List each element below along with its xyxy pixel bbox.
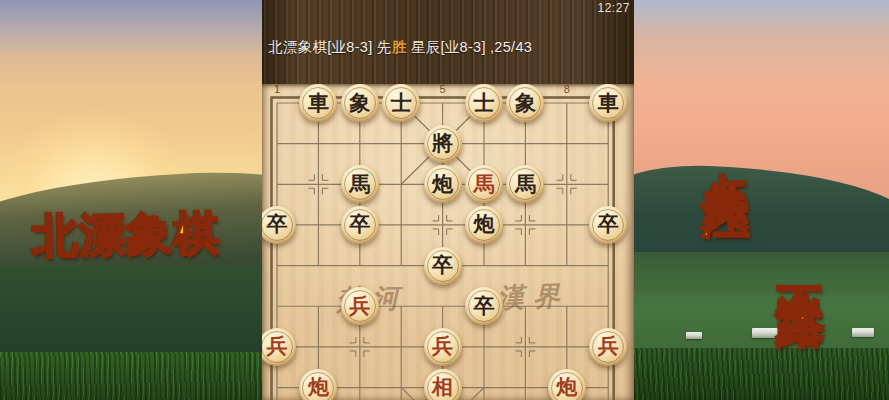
piece-glyph: 兵 [349,296,370,317]
piece-glyph: 士 [474,93,495,114]
match-win-highlight: 胜 [392,39,407,55]
system-clock: 12:27 [597,1,630,15]
piece-glyph: 炮 [432,174,453,195]
piece-red-相[interactable]: 相 [424,369,462,400]
piece-black-卒[interactable]: 卒 [341,206,379,244]
piece-black-卒[interactable]: 卒 [589,206,627,244]
right-banner-column-2: 不迷路 [776,247,825,268]
piece-red-炮[interactable]: 炮 [548,369,586,400]
piece-black-車[interactable]: 車 [299,84,337,122]
status-bar: 12:27 北漂象棋[业8-3] 先胜 星辰[业8-3] ,25/43 [262,0,634,84]
piece-black-將[interactable]: 將 [424,125,462,163]
xiangqi-board[interactable]: 123456789 楚河 漢界 車象士士象車將馬炮馬馬卒卒炮卒卒兵卒兵兵兵炮相炮 [262,84,634,400]
piece-glyph: 車 [598,93,619,114]
piece-black-車[interactable]: 車 [589,84,627,122]
piece-glyph: 炮 [308,377,329,398]
piece-red-兵[interactable]: 兵 [341,287,379,325]
piece-glyph: 象 [349,93,370,114]
piece-glyph: 兵 [598,336,619,357]
piece-black-炮[interactable]: 炮 [465,206,503,244]
background-right-meadow: 点关注 不迷路 [634,0,889,400]
piece-glyph: 象 [515,93,536,114]
file-label-1: 1 [274,84,280,95]
piece-black-象[interactable]: 象 [341,84,379,122]
left-banner-title: 北漂象棋 [32,210,253,260]
piece-red-兵[interactable]: 兵 [424,328,462,366]
piece-glyph: 兵 [267,336,288,357]
piece-black-卒[interactable]: 卒 [465,287,503,325]
piece-glyph: 將 [432,133,453,154]
piece-glyph: 卒 [474,296,495,317]
match-result-text: 北漂象棋[业8-3] 先胜 星辰[业8-3] ,25/43 [268,38,532,57]
piece-glyph: 馬 [349,174,370,195]
piece-glyph: 炮 [556,377,577,398]
piece-red-兵[interactable]: 兵 [589,328,627,366]
farm-building-icon [852,328,874,337]
piece-red-馬[interactable]: 馬 [465,165,503,203]
piece-glyph: 兵 [432,336,453,357]
match-right-player: 星辰[业8-3] ,25/43 [406,39,532,55]
farm-building-icon [752,328,778,338]
background-left-sunset: 北漂象棋 [0,0,262,400]
match-left-player: 北漂象棋[业8-3] 先 [268,39,392,55]
farm-building-icon [686,332,702,339]
piece-glyph: 馬 [515,174,536,195]
piece-black-士[interactable]: 士 [465,84,503,122]
screenshot-root: { "app": { "clock": "12:27", "match_info… [0,0,889,400]
xiangqi-game-panel: 12:27 北漂象棋[业8-3] 先胜 星辰[业8-3] ,25/43 1234… [262,0,634,400]
piece-glyph: 卒 [432,255,453,276]
piece-black-卒[interactable]: 卒 [424,247,462,285]
file-label-8: 8 [564,84,570,95]
piece-black-士[interactable]: 士 [382,84,420,122]
river-label-right: 漢界 [496,278,569,316]
piece-glyph: 車 [308,93,329,114]
piece-black-馬[interactable]: 馬 [341,165,379,203]
left-foreground-grass [0,352,262,400]
piece-black-馬[interactable]: 馬 [506,165,544,203]
piece-glyph: 卒 [267,214,288,235]
piece-glyph: 馬 [474,174,495,195]
piece-glyph: 士 [391,93,412,114]
piece-glyph: 炮 [474,214,495,235]
piece-glyph: 卒 [598,214,619,235]
piece-glyph: 相 [432,377,453,398]
piece-black-炮[interactable]: 炮 [424,165,462,203]
piece-red-炮[interactable]: 炮 [299,369,337,400]
piece-glyph: 卒 [349,214,370,235]
right-banner-column-1: 点关注 [701,134,750,155]
piece-black-象[interactable]: 象 [506,84,544,122]
file-label-5: 5 [440,84,446,95]
right-foreground-grass [634,348,889,400]
